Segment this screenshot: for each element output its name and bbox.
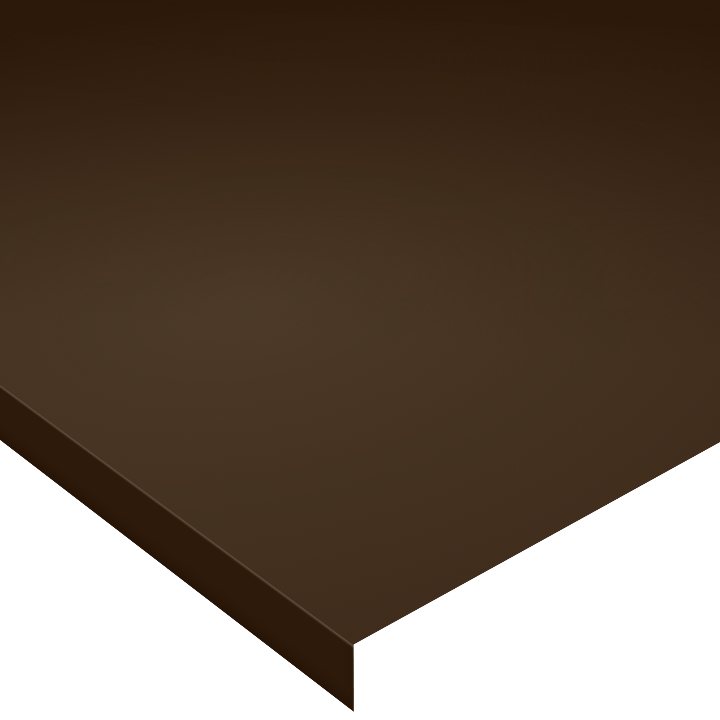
- chessboard: [0, 0, 720, 645]
- chessboard-product-photo: [0, 0, 720, 720]
